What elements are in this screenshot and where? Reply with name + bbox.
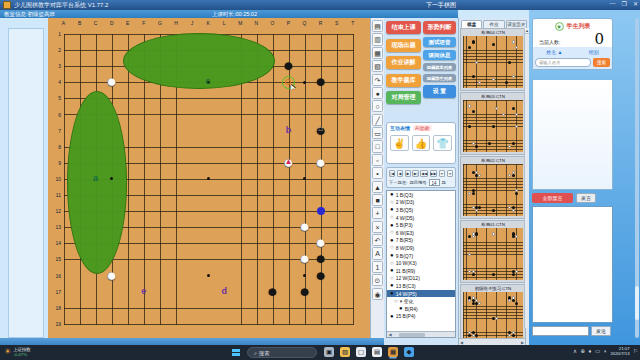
- board-label-b: b: [280, 125, 296, 135]
- move-item-4[interactable]: ●5 B(P3): [387, 221, 455, 229]
- student-search-button[interactable]: 搜索: [593, 58, 610, 67]
- undo-icon[interactable]: ↶: [372, 234, 383, 246]
- student-count-value: 0: [594, 32, 604, 47]
- board-coordinate-column: O: [267, 20, 277, 26]
- move-item-3[interactable]: ○4 W(D5): [387, 214, 455, 222]
- navigation-panel: |◀◀▶▶|◀◀▶▶↞↠ 下一题在: 题目编号 14 题: [386, 167, 456, 188]
- dot-mark-icon[interactable]: •: [372, 167, 383, 179]
- board-thumbnail-label: 初级吃子练习.CTN: [461, 285, 525, 292]
- scroll-left-icon[interactable]: ◀: [387, 332, 393, 337]
- board-coordinate-row: 3: [49, 63, 61, 69]
- info-bar: 教室信息:初级提高班 上课时长:00:25:02: [0, 10, 458, 18]
- tray-mic-icon[interactable]: ♦: [589, 348, 592, 354]
- board-thumbnail-1[interactable]: 布局03.CTN: [460, 92, 526, 155]
- black-stone-R15[interactable]: ●: [313, 251, 329, 267]
- nav-button-5[interactable]: ▶▶: [430, 170, 438, 177]
- board-coordinate-row: 14: [49, 240, 61, 246]
- white-stone-Q15[interactable]: ●: [297, 251, 313, 267]
- taskbar-document-icon[interactable]: ▤: [372, 347, 382, 357]
- move-item-15[interactable]: ●B(R4): [387, 305, 455, 313]
- control-panel: 结束上课现场出题作业讲解教学题库对局管理 形势判断测试语音课间休息隐藏棋盘列表隐…: [384, 18, 458, 345]
- question-number-input[interactable]: 14: [429, 179, 440, 186]
- search-label: 搜索: [259, 350, 270, 356]
- blue-dot-marker: [317, 207, 325, 215]
- panel-button-left-3[interactable]: 教学题库: [386, 74, 421, 87]
- white-stone-icon[interactable]: ○: [372, 100, 383, 112]
- triangle-marker: ▲: [284, 157, 292, 166]
- move-item-13[interactable]: ●14 W(P5): [387, 290, 455, 298]
- black-stone-O17[interactable]: ●: [264, 284, 280, 300]
- board-thumbnail-preview: [463, 100, 523, 152]
- move-item-16[interactable]: ●15 B(P4): [387, 313, 455, 321]
- board-list-panel: 棋盘作业课堂历史 布局04.CTN布局03.CTN布局02.CTN布局01.CT…: [458, 18, 529, 345]
- board-coordinate-row: 7: [49, 128, 61, 134]
- black-stone-icon[interactable]: ●: [372, 87, 383, 99]
- student-list-card: ♥ 学生列表 当前人数: 0 姓名 ▲ 组别 请输入姓名 搜索: [532, 18, 613, 70]
- board-coordinate-column: N: [251, 20, 261, 26]
- student-list-area[interactable]: [532, 80, 613, 190]
- open-file-icon[interactable]: ▥: [372, 33, 383, 45]
- black-stone-Q17[interactable]: ●: [297, 284, 313, 300]
- board-thumbnail-4[interactable]: 初级吃子练习.CTN: [460, 284, 526, 345]
- board-coordinate-row: 18: [49, 305, 61, 311]
- nav-button-4[interactable]: ◀◀: [420, 170, 428, 177]
- scroll-right-icon[interactable]: ▶: [521, 340, 524, 345]
- move-item-5[interactable]: ○6 W(E3): [387, 229, 455, 237]
- board-coordinate-column: E: [123, 20, 133, 26]
- student-search-input[interactable]: 请输入姓名: [535, 58, 591, 67]
- widget-line2: -0.47%: [13, 352, 31, 357]
- widget-line1: 上证指数: [13, 347, 31, 352]
- button-column-right: 形势判断测试语音课间休息隐藏棋盘列表隐藏学生列表设 置: [423, 21, 456, 98]
- panel-button-right-2[interactable]: 课间休息: [423, 50, 456, 60]
- letter-mark-icon[interactable]: A: [372, 247, 383, 259]
- window-title: 少儿围棋教学对弈平台系统 V1.77.2: [14, 1, 108, 10]
- taskbar-notepad-icon[interactable]: ▣: [324, 347, 334, 357]
- app-window: 少儿围棋教学对弈平台系统 V1.77.2 下一手棋图 — ❐ ✕ 教室信息:初级…: [0, 0, 640, 360]
- panel-button-right-5[interactable]: 设 置: [423, 85, 456, 98]
- mascot-icon: ♥: [555, 22, 564, 31]
- board-list-tab-1[interactable]: 作业: [483, 20, 504, 28]
- star-point: [303, 81, 306, 84]
- tray-network-icon[interactable]: ⊕: [580, 348, 585, 354]
- board-coordinate-row: 16: [49, 273, 61, 279]
- board-label-e: e: [136, 286, 152, 296]
- student-count-label: 当前人数:: [539, 39, 560, 45]
- white-stone-D4[interactable]: ●: [104, 74, 120, 90]
- board-thumbnail-label: 布局03.CTN: [461, 93, 525, 100]
- move-item-11[interactable]: ○12 W(D12): [387, 275, 455, 283]
- board-thumbnail-2[interactable]: 布局02.CTN: [460, 156, 526, 219]
- board-thumbnail-preview: [463, 228, 523, 280]
- tab-interactive-emoji[interactable]: 互动表情: [390, 125, 410, 131]
- pen-icon[interactable]: ╱: [372, 114, 383, 126]
- board-coordinate-column: L: [219, 20, 229, 26]
- board-coordinate-row: 17: [49, 289, 61, 295]
- triangle-mark-icon[interactable]: ▲: [372, 181, 383, 193]
- mute-all-button[interactable]: 全部禁言: [532, 193, 573, 203]
- chat-send-button[interactable]: 发送: [591, 326, 611, 336]
- search-icon: ⌕: [254, 350, 257, 356]
- panel-button-left-4[interactable]: 对局管理: [386, 91, 421, 104]
- board-coordinate-column: P: [283, 20, 293, 26]
- board-thumbnail-preview: [463, 292, 523, 344]
- move-item-6[interactable]: ●7 B(R5): [387, 237, 455, 245]
- board-label-c: c: [200, 76, 216, 86]
- board-coordinate-column: J: [187, 20, 197, 26]
- taskbar-clock[interactable]: 21:07 2020/7/13: [610, 346, 629, 356]
- move-list[interactable]: ●1 B(Q3)○2 W(D3)●3 B(Q5)○4 W(D5)●5 B(P3)…: [386, 190, 456, 338]
- square-mark-icon[interactable]: ■: [372, 194, 383, 206]
- sort-by-group[interactable]: 组别: [589, 49, 599, 55]
- nav-button-0[interactable]: |◀: [389, 170, 395, 177]
- taskbar-white-app-icon[interactable]: ▢: [356, 347, 366, 357]
- board-coordinate-row: 10: [49, 176, 61, 182]
- board-thumbnail-preview: [463, 164, 523, 216]
- panel-button-left-0[interactable]: 结束上课: [386, 21, 421, 34]
- taskbar-search[interactable]: ⌕ 搜索: [247, 347, 317, 358]
- board-coordinate-row: 6: [49, 112, 61, 118]
- student-list-title: 学生列表: [567, 22, 591, 31]
- eraser-icon[interactable]: ◉: [372, 288, 383, 300]
- speak-button[interactable]: 发言: [576, 193, 596, 203]
- move-item-9[interactable]: ○10 W(K3): [387, 259, 455, 267]
- question-unit-label: 题: [442, 180, 446, 185]
- notification-icon[interactable]: ⚐: [633, 348, 638, 354]
- white-stone-D16[interactable]: ●: [104, 268, 120, 284]
- panel-button-left-2[interactable]: 作业讲解: [386, 56, 421, 69]
- small-rect-icon[interactable]: ▫: [372, 154, 383, 166]
- move-item-0[interactable]: ●1 B(Q3): [387, 191, 455, 199]
- board-coordinate-column: C: [91, 20, 101, 26]
- question-number-label: 题目编号: [409, 180, 426, 185]
- save-icon[interactable]: ▦: [372, 47, 383, 59]
- hand-gesture-icon[interactable]: ✌: [390, 135, 409, 151]
- taskbar-go-app-icon[interactable]: ▦: [388, 347, 398, 357]
- thumbs-up-icon[interactable]: 👍: [412, 135, 431, 151]
- white-stone-R14[interactable]: ●: [313, 235, 329, 251]
- board-coordinate-row: 2: [49, 47, 61, 53]
- start-button[interactable]: [232, 349, 240, 357]
- panel-button-right-0[interactable]: 形势判断: [423, 21, 456, 34]
- board-coordinate-column: A: [59, 20, 69, 26]
- board-coordinate-column: D: [107, 20, 117, 26]
- chat-area[interactable]: [532, 206, 613, 323]
- square-marker: □: [317, 126, 324, 132]
- number-mark-icon[interactable]: 1: [372, 261, 383, 273]
- white-stone-Q13[interactable]: ●: [297, 219, 313, 235]
- select-rect-icon[interactable]: ▭: [372, 127, 383, 139]
- clock-date: 2020/7/13: [610, 351, 629, 356]
- tray-display-icon[interactable]: ▭: [595, 348, 600, 354]
- board-thumbnail-label: 布局01.CTN: [461, 221, 525, 228]
- move-item-10[interactable]: ●11 B(R9): [387, 267, 455, 275]
- panel-button-right-1[interactable]: 测试语音: [423, 37, 456, 47]
- student-window: ♥ 学生列表 当前人数: 0 姓名 ▲ 组别 请输入姓名 搜索 全部禁言 发言: [529, 10, 640, 345]
- board-list-hscrollbar[interactable]: ◀▶: [459, 338, 525, 345]
- panel-button-left-1[interactable]: 现场出题: [386, 39, 421, 52]
- board-coordinate-row: 11: [49, 192, 61, 198]
- white-stone-R9[interactable]: ●: [313, 155, 329, 171]
- maximize-button[interactable]: ❐: [622, 0, 627, 7]
- move-item-14[interactable]: ○▾ 变化: [387, 297, 455, 305]
- board-list-tab-0[interactable]: 棋盘: [461, 20, 482, 28]
- title-bar: 少儿围棋教学对弈平台系统 V1.77.2 下一手棋图 — ❐ ✕: [0, 0, 640, 10]
- board-thumbnail-label: 布局02.CTN: [461, 157, 525, 164]
- board-coordinate-column: G: [155, 20, 165, 26]
- move-list-scrollbar[interactable]: ◀: [387, 331, 456, 337]
- circle-mark-icon[interactable]: ⊙: [372, 274, 383, 286]
- sort-by-name[interactable]: 姓名 ▲: [546, 49, 562, 55]
- board-coordinate-column: F: [139, 20, 149, 26]
- board-list-tab-2[interactable]: 课堂历史: [506, 20, 527, 28]
- add-cross-icon[interactable]: +: [372, 207, 383, 219]
- board-coordinate-row: 15: [49, 256, 61, 262]
- annotation-toolbar: ▤▥▦▧↷●○╱▭□▫•▲■+×↶A1⊙◉: [370, 18, 384, 338]
- new-board-icon[interactable]: ▤: [372, 20, 383, 32]
- redo-icon[interactable]: ↷: [372, 74, 383, 86]
- board-coordinate-column: K: [203, 20, 213, 26]
- minimize-button[interactable]: —: [610, 0, 616, 7]
- tray-volume-icon[interactable]: ◗: [604, 348, 607, 354]
- tray-expand-icon[interactable]: ∧: [573, 348, 577, 354]
- nav-button-3[interactable]: ▶|: [412, 170, 418, 177]
- panel-button-right-3[interactable]: 隐藏棋盘列表: [423, 63, 456, 71]
- board-coordinate-column: Q: [300, 20, 310, 26]
- board-coordinate-row: 19: [49, 321, 61, 327]
- tab-ai-assistant[interactable]: AI助教: [413, 125, 432, 131]
- taskbar-file-explorer-icon[interactable]: ▨: [340, 347, 350, 357]
- classroom-info: 教室信息:初级提高班: [4, 11, 55, 18]
- board-thumbnail-label: 布局04.CTN: [461, 29, 525, 36]
- close-button[interactable]: ✕: [633, 0, 638, 7]
- board-coordinate-column: H: [171, 20, 181, 26]
- taskbar: ☀ 上证指数 -0.47% ⌕ 搜索 ▣▨▢▤▦◆ ∧⊕♦▭◗ 21:07 20…: [0, 345, 640, 360]
- emoji-panel: 互动表情 AI助教 ✌👍👕: [386, 122, 456, 164]
- board-coordinate-row: 12: [49, 208, 61, 214]
- board-coordinate-row: 8: [49, 144, 61, 150]
- board-coordinate-column: R: [316, 20, 326, 26]
- board-thumbnail-3[interactable]: 布局01.CTN: [460, 220, 526, 283]
- taskbar-blue-app-icon[interactable]: ◆: [404, 347, 414, 357]
- board-coordinate-column: B: [75, 20, 85, 26]
- nav-button-2[interactable]: ▶: [405, 170, 411, 177]
- nav-button-1[interactable]: ◀: [397, 170, 403, 177]
- black-stone-R4[interactable]: ●: [313, 74, 329, 90]
- board-label-a: a: [88, 173, 104, 183]
- scroll-left-icon[interactable]: ◀: [460, 340, 463, 345]
- delete-cross-icon[interactable]: ×: [372, 221, 383, 233]
- next-move-diagram-tab[interactable]: 下一手棋图: [426, 1, 456, 10]
- black-stone-P3[interactable]: ●: [280, 58, 296, 74]
- board-coordinate-row: 1: [49, 31, 61, 37]
- red-shirt-icon[interactable]: 👕: [433, 135, 452, 151]
- move-item-1[interactable]: ○2 W(D3): [387, 199, 455, 207]
- move-item-2[interactable]: ●3 B(Q5): [387, 206, 455, 214]
- black-stone-R16[interactable]: ●: [313, 268, 329, 284]
- left-sidebar-panel: [8, 28, 44, 338]
- go-board[interactable]: ABCDEFGHJKLMNOPQRST123456789101112131415…: [48, 18, 370, 338]
- board-thumbnail-preview: [463, 36, 523, 88]
- board-coordinate-row: 13: [49, 224, 61, 230]
- move-item-8[interactable]: ●9 B(Q7): [387, 252, 455, 260]
- board-coordinate-column: S: [332, 20, 342, 26]
- board-thumbnail-0[interactable]: 布局04.CTN: [460, 28, 526, 91]
- nav-button-6[interactable]: ↞: [439, 170, 445, 177]
- board-coordinate-column: T: [348, 20, 358, 26]
- taskbar-widget[interactable]: ☀ 上证指数 -0.47%: [4, 347, 31, 357]
- highlight-zone-top-ellipse: [123, 33, 275, 90]
- nav-button-7[interactable]: ↠: [447, 170, 453, 177]
- weather-icon: ☀: [4, 347, 11, 357]
- button-column-left: 结束上课现场出题作业讲解教学题库对局管理: [386, 21, 421, 104]
- rect-icon[interactable]: □: [372, 140, 383, 152]
- next-question-label: 下一题在:: [389, 180, 407, 185]
- notes-icon[interactable]: ▧: [372, 60, 383, 72]
- panel-button-right-4[interactable]: 隐藏学生列表: [423, 74, 456, 82]
- window-scrollbar[interactable]: [635, 18, 639, 338]
- move-item-7[interactable]: ○8 W(D9): [387, 244, 455, 252]
- move-item-12[interactable]: ●13 B(C3): [387, 282, 455, 290]
- board-coordinate-row: 9: [49, 160, 61, 166]
- class-duration: 上课时长:00:25:02: [212, 11, 257, 18]
- app-logo-icon: [3, 1, 11, 9]
- star-point: [207, 274, 210, 277]
- board-coordinate-row: 5: [49, 95, 61, 101]
- chat-input[interactable]: [532, 326, 589, 336]
- board-coordinate-row: 4: [49, 79, 61, 85]
- board-coordinate-column: M: [235, 20, 245, 26]
- board-label-d: d: [216, 286, 232, 296]
